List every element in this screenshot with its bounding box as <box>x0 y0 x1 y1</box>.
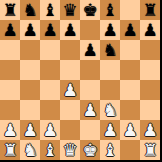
square-b4[interactable] <box>20 80 40 100</box>
piece-white-pawn[interactable]: ♟ <box>2 120 17 140</box>
piece-black-pawn[interactable]: ♟ <box>122 20 137 40</box>
square-h7[interactable]: ♟ <box>140 20 160 40</box>
square-g2[interactable]: ♟ <box>120 120 140 140</box>
square-c1[interactable]: ♝ <box>40 140 60 160</box>
square-h1[interactable]: ♜ <box>140 140 160 160</box>
piece-black-knight[interactable]: ♞ <box>22 0 37 20</box>
square-d7[interactable]: ♟ <box>60 20 80 40</box>
square-h2[interactable]: ♟ <box>140 120 160 140</box>
piece-black-rook[interactable]: ♜ <box>2 0 17 20</box>
square-c3[interactable] <box>40 100 60 120</box>
square-f4[interactable] <box>100 80 120 100</box>
piece-black-knight[interactable]: ♞ <box>102 40 117 60</box>
square-h6[interactable] <box>140 40 160 60</box>
square-h8[interactable]: ♜ <box>140 0 160 20</box>
square-b6[interactable] <box>20 40 40 60</box>
piece-black-pawn[interactable]: ♟ <box>2 20 17 40</box>
square-e2[interactable] <box>80 120 100 140</box>
board-frame: ♜♞♝♛♚♝♜♟♟♟♟♟♟♟♟♞♟♟♞♟♟♟♟♟♟♜♞♝♛♚♝♜ <box>0 0 162 162</box>
piece-black-pawn[interactable]: ♟ <box>22 20 37 40</box>
square-a2[interactable]: ♟ <box>0 120 20 140</box>
square-b3[interactable] <box>20 100 40 120</box>
square-b1[interactable]: ♞ <box>20 140 40 160</box>
square-d6[interactable] <box>60 40 80 60</box>
piece-black-pawn[interactable]: ♟ <box>42 20 57 40</box>
square-g5[interactable] <box>120 60 140 80</box>
square-c5[interactable] <box>40 60 60 80</box>
square-a4[interactable] <box>0 80 20 100</box>
piece-black-rook[interactable]: ♜ <box>142 0 157 20</box>
square-g7[interactable]: ♟ <box>120 20 140 40</box>
square-d2[interactable] <box>60 120 80 140</box>
square-g8[interactable] <box>120 0 140 20</box>
piece-black-bishop[interactable]: ♝ <box>102 0 117 20</box>
piece-black-pawn[interactable]: ♟ <box>82 40 97 60</box>
square-c2[interactable]: ♟ <box>40 120 60 140</box>
square-e8[interactable]: ♚ <box>80 0 100 20</box>
square-g1[interactable] <box>120 140 140 160</box>
square-d1[interactable]: ♛ <box>60 140 80 160</box>
square-f3[interactable]: ♞ <box>100 100 120 120</box>
square-d5[interactable] <box>60 60 80 80</box>
square-f8[interactable]: ♝ <box>100 0 120 20</box>
piece-white-pawn[interactable]: ♟ <box>22 120 37 140</box>
piece-white-king[interactable]: ♚ <box>82 140 97 160</box>
square-a1[interactable]: ♜ <box>0 140 20 160</box>
square-e3[interactable]: ♟ <box>80 100 100 120</box>
piece-white-pawn[interactable]: ♟ <box>62 80 77 100</box>
piece-black-king[interactable]: ♚ <box>82 0 97 20</box>
square-e4[interactable] <box>80 80 100 100</box>
piece-white-pawn[interactable]: ♟ <box>102 120 117 140</box>
chess-board: ♜♞♝♛♚♝♜♟♟♟♟♟♟♟♟♞♟♟♞♟♟♟♟♟♟♜♞♝♛♚♝♜ <box>0 0 160 160</box>
square-d8[interactable]: ♛ <box>60 0 80 20</box>
piece-white-pawn[interactable]: ♟ <box>82 100 97 120</box>
piece-white-rook[interactable]: ♜ <box>2 140 17 160</box>
square-a3[interactable] <box>0 100 20 120</box>
square-f7[interactable]: ♟ <box>100 20 120 40</box>
square-c6[interactable] <box>40 40 60 60</box>
square-a6[interactable] <box>0 40 20 60</box>
piece-white-pawn[interactable]: ♟ <box>42 120 57 140</box>
square-g4[interactable] <box>120 80 140 100</box>
square-d4[interactable]: ♟ <box>60 80 80 100</box>
piece-white-pawn[interactable]: ♟ <box>122 120 137 140</box>
square-f1[interactable]: ♝ <box>100 140 120 160</box>
square-a7[interactable]: ♟ <box>0 20 20 40</box>
square-a5[interactable] <box>0 60 20 80</box>
square-e6[interactable]: ♟ <box>80 40 100 60</box>
piece-white-knight[interactable]: ♞ <box>22 140 37 160</box>
piece-black-pawn[interactable]: ♟ <box>142 20 157 40</box>
square-g6[interactable] <box>120 40 140 60</box>
square-c7[interactable]: ♟ <box>40 20 60 40</box>
square-a8[interactable]: ♜ <box>0 0 20 20</box>
square-h5[interactable] <box>140 60 160 80</box>
square-f2[interactable]: ♟ <box>100 120 120 140</box>
piece-white-rook[interactable]: ♜ <box>142 140 157 160</box>
piece-black-queen[interactable]: ♛ <box>62 0 77 20</box>
square-c4[interactable] <box>40 80 60 100</box>
piece-white-bishop[interactable]: ♝ <box>42 140 57 160</box>
square-c8[interactable]: ♝ <box>40 0 60 20</box>
square-h3[interactable] <box>140 100 160 120</box>
square-b8[interactable]: ♞ <box>20 0 40 20</box>
piece-black-pawn[interactable]: ♟ <box>62 20 77 40</box>
piece-black-bishop[interactable]: ♝ <box>42 0 57 20</box>
square-b2[interactable]: ♟ <box>20 120 40 140</box>
piece-white-pawn[interactable]: ♟ <box>142 120 157 140</box>
piece-white-knight[interactable]: ♞ <box>102 100 117 120</box>
square-e7[interactable] <box>80 20 100 40</box>
square-f5[interactable] <box>100 60 120 80</box>
square-g3[interactable] <box>120 100 140 120</box>
square-h4[interactable] <box>140 80 160 100</box>
square-e5[interactable] <box>80 60 100 80</box>
square-f6[interactable]: ♞ <box>100 40 120 60</box>
square-d3[interactable] <box>60 100 80 120</box>
square-b7[interactable]: ♟ <box>20 20 40 40</box>
square-e1[interactable]: ♚ <box>80 140 100 160</box>
square-b5[interactable] <box>20 60 40 80</box>
piece-black-pawn[interactable]: ♟ <box>102 20 117 40</box>
piece-white-queen[interactable]: ♛ <box>62 140 77 160</box>
piece-white-bishop[interactable]: ♝ <box>102 140 117 160</box>
